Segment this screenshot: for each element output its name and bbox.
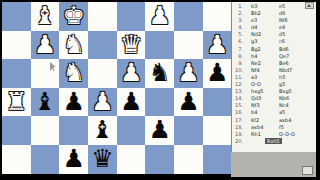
white-move[interactable]: Nf3 bbox=[245, 102, 279, 109]
black-pawn[interactable]: ♟ bbox=[174, 88, 203, 117]
white-move[interactable]: Ne2 bbox=[245, 60, 279, 67]
white-move[interactable]: Bg2 bbox=[245, 46, 279, 53]
square[interactable] bbox=[88, 31, 117, 60]
white-pawn[interactable]: ♟ bbox=[145, 2, 174, 31]
move-list[interactable]: 1.b3e52.Bb2d63.e3Nf64.d4e45.Nd2d56.g3c67… bbox=[231, 2, 316, 152]
square[interactable] bbox=[88, 2, 117, 31]
black-move[interactable]: Nbd7 bbox=[279, 67, 316, 74]
white-rook[interactable]: ♜ bbox=[2, 88, 31, 117]
square[interactable]: ♟ bbox=[203, 59, 232, 88]
square[interactable] bbox=[88, 59, 117, 88]
square[interactable] bbox=[59, 116, 88, 145]
white-move[interactable]: d4 bbox=[245, 24, 279, 31]
square[interactable]: ♞ bbox=[59, 59, 88, 88]
square[interactable]: ♝ bbox=[31, 2, 60, 31]
white-pawn[interactable]: ♟ bbox=[174, 59, 203, 88]
move-row: 19.Rh1O-O-O bbox=[232, 131, 316, 138]
black-move[interactable]: a5 bbox=[279, 109, 316, 116]
move-row: 11.a3h5 bbox=[232, 74, 316, 81]
move-number[interactable]: 15. bbox=[232, 102, 245, 109]
move-row: 18.axb4f5 bbox=[232, 124, 316, 131]
black-move[interactable]: Qe7 bbox=[279, 53, 316, 60]
white-move[interactable]: b4 bbox=[245, 109, 279, 116]
square[interactable] bbox=[145, 31, 174, 60]
square[interactable]: ♟ bbox=[31, 31, 60, 60]
square[interactable]: ♟ bbox=[145, 2, 174, 31]
square[interactable] bbox=[31, 59, 60, 88]
move-number[interactable]: 12. bbox=[232, 81, 245, 88]
square[interactable]: ♞ bbox=[145, 59, 174, 88]
black-move[interactable]: d6 bbox=[279, 10, 316, 17]
square[interactable] bbox=[174, 145, 203, 174]
move-row: 12.O-Og5 bbox=[232, 81, 316, 88]
white-move[interactable]: Bb2 bbox=[245, 10, 279, 17]
move-row: 7.Bg2Bd6 bbox=[232, 46, 316, 53]
white-move[interactable]: Qd3 bbox=[245, 95, 279, 102]
move-number[interactable]: 20. bbox=[232, 138, 245, 145]
square[interactable]: ♟ bbox=[117, 88, 146, 117]
black-bishop[interactable]: ♝ bbox=[88, 116, 117, 145]
square[interactable] bbox=[2, 2, 31, 31]
black-move[interactable]: f5 bbox=[279, 124, 316, 131]
move-number[interactable]: 11. bbox=[232, 74, 245, 81]
white-move[interactable]: a3 bbox=[245, 74, 279, 81]
black-move[interactable]: g5 bbox=[279, 81, 316, 88]
move-number[interactable]: 5. bbox=[232, 31, 245, 38]
square[interactable] bbox=[2, 145, 31, 174]
move-number[interactable]: 19. bbox=[232, 131, 245, 138]
move-number[interactable]: 9. bbox=[232, 60, 245, 67]
white-move[interactable]: Kf2 bbox=[245, 117, 279, 124]
black-move[interactable]: O-O-O bbox=[279, 131, 316, 138]
white-king[interactable]: ♚ bbox=[59, 2, 88, 31]
move-row: 16.b4a5 bbox=[232, 109, 316, 116]
square[interactable]: ♟ bbox=[203, 31, 232, 60]
move-number[interactable]: 4. bbox=[232, 24, 245, 31]
square[interactable] bbox=[2, 116, 31, 145]
white-pawn[interactable]: ♟ bbox=[203, 31, 232, 60]
panel-corner-button[interactable] bbox=[302, 166, 313, 175]
black-pawn[interactable]: ♟ bbox=[203, 59, 232, 88]
move-row: 14.Qd3Nb6 bbox=[232, 95, 316, 102]
square[interactable]: ♟ bbox=[117, 59, 146, 88]
move-list-panel: 1.b3e52.Bb2d63.e3Nf64.d4e45.Nd2d56.g3c67… bbox=[231, 2, 316, 177]
move-rows: 1.b3e52.Bb2d63.e3Nf64.d4e45.Nd2d56.g3c67… bbox=[232, 3, 316, 145]
square[interactable] bbox=[203, 145, 232, 174]
black-pawn[interactable]: ♟ bbox=[59, 88, 88, 117]
white-move[interactable]: e3 bbox=[245, 17, 279, 24]
move-row: 2.Bb2d6 bbox=[232, 10, 316, 17]
white-move[interactable]: axb4 bbox=[245, 124, 279, 131]
square[interactable]: ♛ bbox=[117, 31, 146, 60]
white-move[interactable]: hxg5 bbox=[245, 88, 279, 95]
black-bishop[interactable]: ♝ bbox=[31, 88, 60, 117]
move-number[interactable]: 6. bbox=[232, 38, 245, 45]
black-queen[interactable]: ♛ bbox=[88, 145, 117, 174]
white-move[interactable]: h4 bbox=[245, 53, 279, 60]
square[interactable] bbox=[174, 116, 203, 145]
square[interactable] bbox=[174, 31, 203, 60]
black-pawn[interactable]: ♟ bbox=[59, 145, 88, 174]
white-move[interactable]: Nd2 bbox=[245, 31, 279, 38]
square[interactable]: ♚ bbox=[59, 2, 88, 31]
square[interactable] bbox=[117, 145, 146, 174]
white-pawn[interactable]: ♟ bbox=[88, 88, 117, 117]
black-move[interactable]: d5 bbox=[279, 31, 316, 38]
white-queen[interactable]: ♛ bbox=[117, 31, 146, 60]
square[interactable] bbox=[203, 2, 232, 31]
move-row: 4.d4e4 bbox=[232, 24, 316, 31]
black-knight[interactable]: ♞ bbox=[145, 59, 174, 88]
square[interactable] bbox=[2, 31, 31, 60]
move-row: 1.b3e5 bbox=[232, 3, 316, 10]
white-move[interactable]: g3 bbox=[245, 38, 279, 45]
square[interactable]: ♝ bbox=[88, 116, 117, 145]
square[interactable]: ♝ bbox=[31, 88, 60, 117]
square[interactable] bbox=[31, 116, 60, 145]
square[interactable] bbox=[117, 116, 146, 145]
square[interactable]: ♜ bbox=[2, 88, 31, 117]
black-move[interactable]: h5 bbox=[279, 74, 316, 81]
move-row: 9.Ne2Be6 bbox=[232, 60, 316, 67]
square[interactable] bbox=[145, 145, 174, 174]
move-row: 8.h4Qe7 bbox=[232, 53, 316, 60]
square[interactable]: ♟ bbox=[174, 88, 203, 117]
black-move[interactable]: Be6 bbox=[279, 60, 316, 67]
move-number[interactable]: 2. bbox=[232, 10, 245, 17]
move-row: 13.hxg5Bxg5 bbox=[232, 88, 316, 95]
square[interactable] bbox=[31, 145, 60, 174]
move-row: 3.e3Nf6 bbox=[232, 17, 316, 24]
white-pawn[interactable]: ♟ bbox=[31, 31, 60, 60]
move-number[interactable]: 1. bbox=[232, 3, 245, 10]
white-move[interactable]: O-O bbox=[245, 81, 279, 88]
move-row: 15.Nf3Nc4 bbox=[232, 102, 316, 109]
square[interactable] bbox=[203, 88, 232, 117]
black-move[interactable] bbox=[279, 138, 316, 145]
square[interactable]: ♟ bbox=[88, 88, 117, 117]
move-number[interactable]: 7. bbox=[232, 46, 245, 53]
black-move[interactable]: Bxg5 bbox=[279, 88, 316, 95]
black-move[interactable]: e4 bbox=[279, 24, 316, 31]
move-row: 17.Kf2axb4 bbox=[232, 117, 316, 124]
black-move[interactable]: Nf6 bbox=[279, 17, 316, 24]
square[interactable]: ♛ bbox=[88, 145, 117, 174]
black-move[interactable]: c6 bbox=[279, 38, 316, 45]
move-row: 6.g3c6 bbox=[232, 38, 316, 45]
black-move[interactable]: axb4 bbox=[279, 117, 316, 124]
move-number[interactable]: 16. bbox=[232, 109, 245, 116]
square[interactable] bbox=[174, 2, 203, 31]
square[interactable]: ♟ bbox=[174, 59, 203, 88]
white-move[interactable]: Rxh5 bbox=[245, 138, 279, 145]
move-number[interactable]: 17. bbox=[232, 117, 245, 124]
square[interactable]: ♟ bbox=[145, 116, 174, 145]
white-pawn[interactable]: ♟ bbox=[117, 59, 146, 88]
square[interactable]: ♞ bbox=[59, 31, 88, 60]
scroll-up-arrow-icon[interactable] bbox=[305, 2, 314, 9]
move-row: 10.Nf4Nbd7 bbox=[232, 67, 316, 74]
white-knight[interactable]: ♞ bbox=[59, 59, 88, 88]
move-number[interactable]: 13. bbox=[232, 88, 245, 95]
black-move[interactable]: Bd6 bbox=[279, 46, 316, 53]
chess-board: ♝♚♟♟♞♛♟♞♟♞♟♟♜♝♟♟♟♟♝♟♟♛ bbox=[2, 2, 232, 174]
black-pawn[interactable]: ♟ bbox=[145, 116, 174, 145]
white-knight[interactable]: ♞ bbox=[59, 31, 88, 60]
white-bishop[interactable]: ♝ bbox=[31, 2, 60, 31]
move-number[interactable]: 8. bbox=[232, 53, 245, 60]
move-row: 5.Nd2d5 bbox=[232, 31, 316, 38]
black-move[interactable]: Nb6 bbox=[279, 95, 316, 102]
square[interactable] bbox=[117, 2, 146, 31]
move-number[interactable]: 14. bbox=[232, 95, 245, 102]
white-move[interactable]: Nf4 bbox=[245, 67, 279, 74]
move-number[interactable]: 3. bbox=[232, 17, 245, 24]
square[interactable] bbox=[2, 59, 31, 88]
square[interactable]: ♟ bbox=[59, 145, 88, 174]
square[interactable] bbox=[203, 116, 232, 145]
white-move[interactable]: Rh1 bbox=[245, 131, 279, 138]
square[interactable] bbox=[145, 88, 174, 117]
move-number[interactable]: 18. bbox=[232, 124, 245, 131]
move-row: 20.Rxh5 bbox=[232, 138, 316, 145]
black-move[interactable]: Nc4 bbox=[279, 102, 316, 109]
move-number[interactable]: 10. bbox=[232, 67, 245, 74]
white-move[interactable]: b3 bbox=[245, 3, 279, 10]
black-pawn[interactable]: ♟ bbox=[117, 88, 146, 117]
square[interactable]: ♟ bbox=[59, 88, 88, 117]
